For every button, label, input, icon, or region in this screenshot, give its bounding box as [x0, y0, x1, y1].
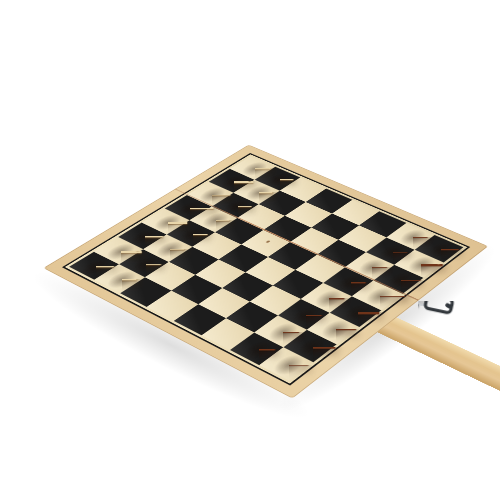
- board-top-surface: ♜♞♝♛♚♝♞♜♟♟♟♟♟♟♟♟♟♟♟♟♟♟♟♟♜♞♝♛♚♝♞♜: [43, 145, 488, 399]
- chess-set-photo: ♜♞♝♛♚♝♞♜♟♟♟♟♟♟♟♟♟♟♟♟♟♟♟♟♜♞♝♛♚♝♞♜: [0, 0, 500, 500]
- wood-knot: [265, 240, 270, 243]
- checkerboard: ♜♞♝♛♚♝♞♜♟♟♟♟♟♟♟♟♟♟♟♟♟♟♟♟♜♞♝♛♚♝♞♜: [62, 153, 470, 386]
- square-a8[interactable]: ♜: [259, 347, 313, 380]
